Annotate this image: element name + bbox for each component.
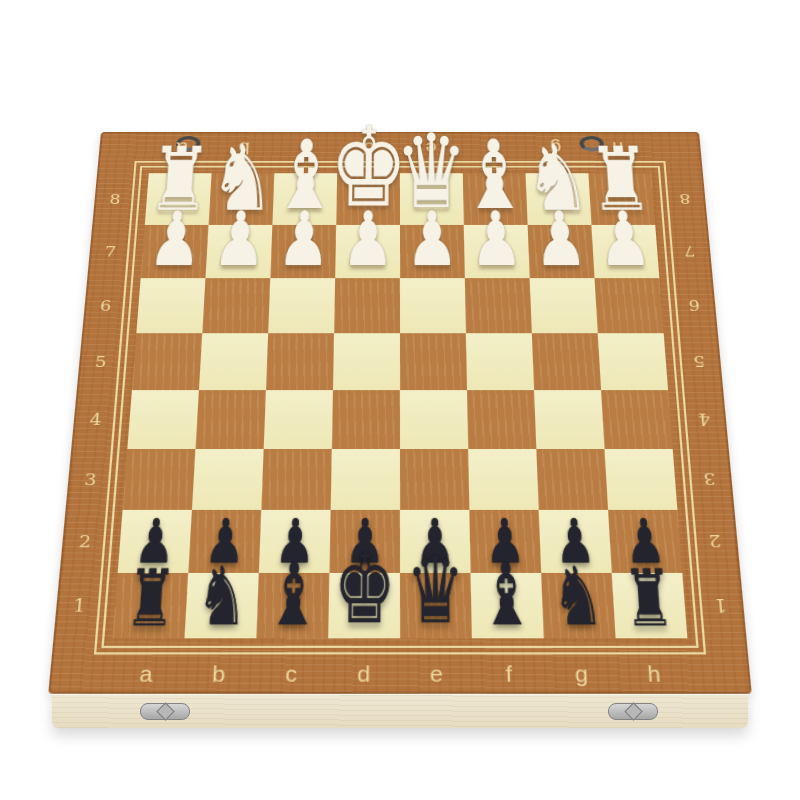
- square-h3[interactable]: [605, 449, 678, 510]
- square-b3[interactable]: [192, 449, 264, 510]
- coordinate-label: 4: [79, 390, 113, 449]
- file-labels-bottom: abcdefgh: [109, 660, 692, 688]
- square-e7[interactable]: ♟: [400, 225, 465, 278]
- square-e3[interactable]: [400, 449, 469, 510]
- square-d7[interactable]: ♟: [335, 225, 400, 278]
- box-front-edge: [52, 694, 748, 728]
- chess-set-photo: abcdefgh abcdefgh 87654321 87654321 ♜♞♝♚…: [0, 0, 800, 800]
- coordinate-label: 1: [703, 573, 739, 638]
- coordinate-label: f: [472, 660, 545, 688]
- coordinate-label: 2: [68, 510, 103, 573]
- square-c6[interactable]: [268, 278, 335, 333]
- square-h4[interactable]: [601, 390, 673, 449]
- square-a3[interactable]: [123, 449, 196, 510]
- square-g3[interactable]: [536, 449, 608, 510]
- piece-black-king[interactable]: ♚: [332, 539, 395, 638]
- square-h7[interactable]: ♟: [591, 225, 659, 278]
- coordinate-label: 3: [692, 449, 726, 510]
- inner-border-line: ♜♞♝♚♛♝♞♜♟♟♟♟♟♟♟♟♟♟♟♟♟♟♟♟♜♞♝♚♛♝♞♜: [101, 166, 698, 648]
- coordinate-label: 7: [95, 225, 127, 278]
- square-c4[interactable]: [264, 390, 333, 449]
- coordinate-label: 4: [688, 390, 722, 449]
- piece-black-rook[interactable]: ♜: [124, 559, 179, 637]
- piece-white-pawn[interactable]: ♟: [532, 202, 589, 277]
- square-b5[interactable]: [199, 333, 268, 390]
- coordinate-label: b: [182, 660, 256, 688]
- square-f1[interactable]: ♝: [471, 573, 544, 638]
- piece-white-pawn[interactable]: ♟: [341, 202, 395, 277]
- coordinate-label: c: [254, 660, 327, 688]
- square-g1[interactable]: ♞: [541, 573, 615, 638]
- square-h1[interactable]: ♜: [612, 573, 688, 638]
- piece-white-pawn[interactable]: ♟: [596, 202, 654, 277]
- coordinate-label: 5: [683, 333, 716, 390]
- piece-black-knight[interactable]: ♞: [550, 556, 605, 637]
- coordinate-label: 8: [669, 173, 700, 225]
- piece-black-rook[interactable]: ♜: [622, 559, 677, 637]
- coordinate-label: 6: [678, 278, 710, 333]
- square-a5[interactable]: [132, 333, 202, 390]
- square-f5[interactable]: [466, 333, 534, 390]
- square-f3[interactable]: [468, 449, 539, 510]
- square-g6[interactable]: [530, 278, 598, 333]
- coordinate-label: h: [617, 660, 691, 688]
- piece-white-pawn[interactable]: ♟: [146, 202, 204, 277]
- square-b1[interactable]: ♞: [184, 573, 258, 638]
- square-g4[interactable]: [534, 390, 604, 449]
- square-c5[interactable]: [266, 333, 334, 390]
- square-b6[interactable]: [202, 278, 270, 333]
- coordinate-label: 2: [698, 510, 733, 573]
- piece-white-pawn[interactable]: ♟: [406, 202, 460, 277]
- square-g5[interactable]: [532, 333, 601, 390]
- piece-black-bishop[interactable]: ♝: [478, 551, 535, 637]
- square-a1[interactable]: ♜: [113, 573, 189, 638]
- piece-black-queen[interactable]: ♛: [406, 545, 465, 637]
- square-c3[interactable]: [261, 449, 332, 510]
- square-b7[interactable]: ♟: [205, 225, 272, 278]
- square-f7[interactable]: ♟: [464, 225, 530, 278]
- coordinate-label: g: [545, 660, 619, 688]
- square-d4[interactable]: [332, 390, 400, 449]
- coordinate-label: 5: [84, 333, 117, 390]
- square-a6[interactable]: [136, 278, 205, 333]
- coordinate-label: 6: [90, 278, 122, 333]
- square-b4[interactable]: [195, 390, 265, 449]
- square-e5[interactable]: [400, 333, 467, 390]
- square-c1[interactable]: ♝: [256, 573, 329, 638]
- square-f4[interactable]: [467, 390, 536, 449]
- piece-white-pawn[interactable]: ♟: [469, 202, 524, 277]
- square-d3[interactable]: [331, 449, 400, 510]
- square-d1[interactable]: ♚: [328, 573, 400, 638]
- square-d6[interactable]: [334, 278, 400, 333]
- square-f6[interactable]: [465, 278, 532, 333]
- board-frame: abcdefgh abcdefgh 87654321 87654321 ♜♞♝♚…: [48, 132, 751, 694]
- piece-white-pawn[interactable]: ♟: [276, 202, 331, 277]
- piece-white-pawn[interactable]: ♟: [211, 202, 268, 277]
- coordinate-label: 1: [62, 573, 98, 638]
- square-e4[interactable]: [400, 390, 468, 449]
- piece-black-bishop[interactable]: ♝: [265, 551, 322, 637]
- square-d5[interactable]: [333, 333, 400, 390]
- latch-icon: [140, 703, 190, 720]
- coordinate-label: 8: [99, 173, 130, 225]
- square-e6[interactable]: [400, 278, 466, 333]
- coordinate-label: e: [400, 660, 473, 688]
- coordinate-label: d: [327, 660, 400, 688]
- square-e1[interactable]: ♛: [400, 573, 472, 638]
- square-a7[interactable]: ♟: [141, 225, 209, 278]
- square-h5[interactable]: [598, 333, 668, 390]
- chess-board: abcdefgh abcdefgh 87654321 87654321 ♜♞♝♚…: [48, 132, 751, 694]
- square-c7[interactable]: ♟: [270, 225, 336, 278]
- coordinate-label: a: [109, 660, 183, 688]
- square-g7[interactable]: ♟: [528, 225, 595, 278]
- piece-black-knight[interactable]: ♞: [194, 556, 249, 637]
- board-grid: ♜♞♝♚♛♝♞♜♟♟♟♟♟♟♟♟♟♟♟♟♟♟♟♟♜♞♝♚♛♝♞♜: [113, 173, 688, 638]
- square-a4[interactable]: [127, 390, 199, 449]
- coordinate-label: 7: [674, 225, 706, 278]
- inner-border: ♜♞♝♚♛♝♞♜♟♟♟♟♟♟♟♟♟♟♟♟♟♟♟♟♜♞♝♚♛♝♞♜: [94, 161, 706, 654]
- latch-icon: [608, 703, 658, 720]
- coordinate-label: 3: [73, 449, 107, 510]
- square-h6[interactable]: [595, 278, 664, 333]
